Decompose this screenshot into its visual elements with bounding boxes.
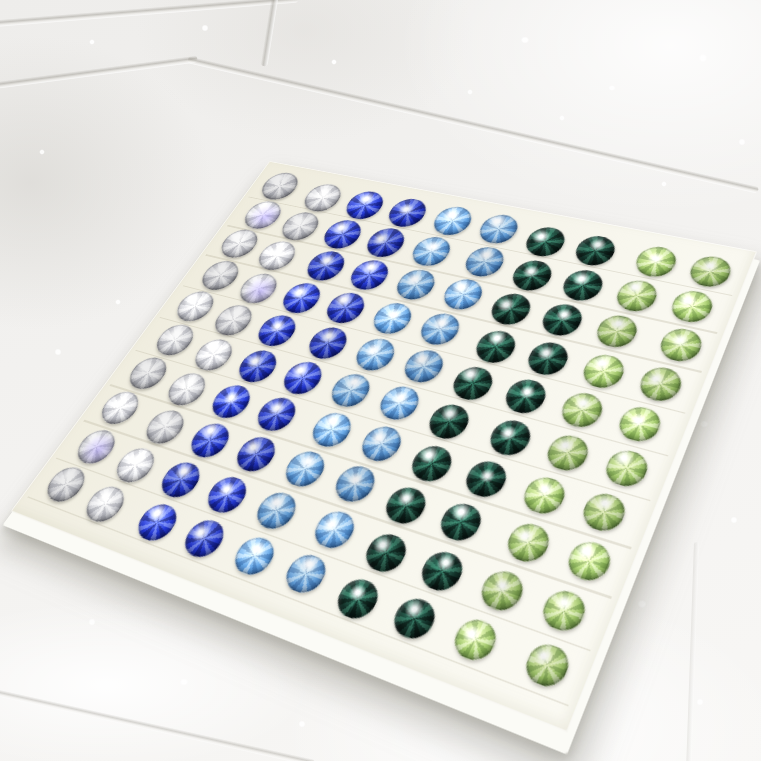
rhinestone-sapphire <box>230 434 282 477</box>
rhinestone-aquamarine <box>228 532 281 579</box>
rhinestone-crystal <box>208 302 258 339</box>
rhinestone-aquamarine <box>367 300 418 338</box>
rhinestone-crystal <box>195 258 245 293</box>
rhinestone-emerald <box>423 401 475 443</box>
rhinestone-sapphire <box>155 458 207 502</box>
rhinestone-emerald <box>416 547 470 595</box>
rhinestone-emerald <box>388 594 442 644</box>
rhinestone-aquamarine <box>428 204 478 238</box>
rhinestone-emerald <box>447 363 498 404</box>
rhinestone-peridot <box>667 288 718 326</box>
rhinestone-emerald <box>523 339 574 379</box>
rhinestone-crystal <box>122 354 173 393</box>
rhinestone-sapphire <box>184 420 236 462</box>
rhinestone-crystal <box>255 170 304 202</box>
rhinestone-emerald <box>570 233 620 268</box>
photo-frame: Overhead photo of a square sheet of self… <box>0 0 761 761</box>
rhinestone-sapphire <box>205 382 256 422</box>
rhinestone-sapphire <box>340 189 389 222</box>
rhinestone-crystal <box>252 239 302 274</box>
rhinestone-crystal <box>234 270 284 306</box>
rhinestone-sapphire <box>232 347 283 386</box>
rhinestone-peridot <box>591 313 642 352</box>
rhinestone-sapphire <box>300 249 350 284</box>
rhinestone-crystal <box>214 227 264 261</box>
rhinestone-sapphire <box>131 500 184 545</box>
rhinestone-crystal <box>188 336 239 375</box>
rhinestone-emerald <box>460 457 513 502</box>
rhinestone-aquamarine <box>329 463 381 507</box>
rhinestone-aquamarine <box>460 244 510 280</box>
rhinestone-peridot <box>685 254 735 291</box>
rhinestone-peridot <box>520 639 575 692</box>
rhinestone-sapphire <box>276 280 326 316</box>
rhinestone-crystal <box>161 370 212 410</box>
rhinestone-peridot <box>655 326 706 366</box>
rhinestone-aquamarine <box>438 277 488 314</box>
rhinestone-peridot <box>578 490 631 536</box>
rhinestone-aquamarine <box>309 507 362 553</box>
rhinestone-aquamarine <box>406 234 456 269</box>
rhinestone-peridot <box>611 278 662 315</box>
rhinestone-sapphire <box>201 473 253 517</box>
rhinestone-sapphire <box>344 258 394 294</box>
rhinestone-emerald <box>558 267 608 304</box>
rhinestone-emerald <box>537 302 588 340</box>
rhinestone-crystal <box>40 463 92 506</box>
rhinestone-emerald <box>379 483 432 528</box>
rhinestone-emerald <box>484 417 536 460</box>
rhinestone-emerald <box>485 291 536 329</box>
rhinestone-aquamarine <box>474 212 524 246</box>
rhinestone-emerald <box>500 376 552 417</box>
rhinestone-emerald <box>520 225 570 260</box>
rhinestone-crystal <box>298 182 347 215</box>
rhinestone-crystal <box>276 210 326 244</box>
rhinestone-aquamarine <box>390 267 440 303</box>
rhinestone-aquamarine <box>350 335 401 374</box>
rhinestone-peridot <box>537 585 591 636</box>
rhinestone-crystal <box>238 199 287 232</box>
rhinestone-sapphire <box>178 516 231 562</box>
rhinestone-emerald <box>434 500 487 546</box>
rhinestone-peridot <box>635 364 687 405</box>
rhinestone-emerald <box>331 574 385 623</box>
rhinestone-peridot <box>563 538 617 587</box>
rhinestone-aquamarine <box>374 383 425 424</box>
rhinestone-emerald <box>405 442 457 486</box>
rhinestone-emerald <box>470 327 521 366</box>
rhinestone-crystal <box>79 482 131 526</box>
rhinestone-crystal <box>70 426 122 468</box>
rhinestone-sapphire <box>321 289 371 326</box>
rhinestone-sapphire <box>317 218 367 252</box>
rhinestone-aquamarine <box>415 310 466 348</box>
rhinestone-peridot <box>556 389 608 431</box>
rhinestone-aquamarine <box>250 488 303 533</box>
rhinestone-aquamarine <box>280 550 333 598</box>
rhinestone-sapphire <box>277 359 328 399</box>
rhinestone-peridot <box>475 566 529 616</box>
rhinestone-peridot <box>614 403 666 446</box>
rhinestone-peridot <box>517 473 570 518</box>
rhinestone-emerald <box>359 529 412 576</box>
rhinestone-crystal <box>170 288 220 324</box>
rhinestone-peridot <box>630 244 680 280</box>
rhinestone-peridot <box>601 446 654 491</box>
rhinestone-aquamarine <box>325 370 376 410</box>
rhinestone-peridot <box>541 431 593 475</box>
rhinestone-crystal <box>149 321 200 359</box>
rhinestone-aquamarine <box>398 347 449 387</box>
rhinestone-sapphire <box>251 312 302 350</box>
rhinestone-sapphire <box>361 226 411 261</box>
rhinestone-peridot <box>448 614 502 666</box>
rhinestone-aquamarine <box>305 409 357 451</box>
rhinestone-emerald <box>506 258 556 294</box>
rhinestone-peridot <box>501 520 554 568</box>
rhinestone-crystal <box>110 444 162 487</box>
rhinestone-sapphire <box>251 394 303 435</box>
rhinestone-crystal <box>94 388 145 428</box>
rhinestone-sapphire <box>383 196 432 229</box>
rhinestone-peridot <box>578 351 629 391</box>
rhinestone-aquamarine <box>356 423 408 466</box>
rhinestone-crystal <box>139 407 191 448</box>
rhinestone-aquamarine <box>278 448 330 492</box>
rhinestone-sapphire <box>303 324 354 362</box>
